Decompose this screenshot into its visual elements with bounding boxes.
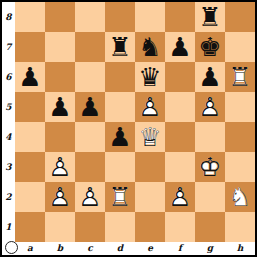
rank-label-4: 4	[2, 122, 15, 152]
square-c1[interactable]	[75, 212, 105, 242]
file-label-a: a	[15, 242, 45, 255]
rank-label-8: 8	[2, 2, 15, 32]
square-h4[interactable]	[225, 122, 255, 152]
square-c7[interactable]	[75, 32, 105, 62]
black-queen: ♛	[135, 62, 165, 92]
square-g1[interactable]	[195, 212, 225, 242]
white-pawn-fill: ♟	[165, 182, 195, 212]
square-b3[interactable]: ♟♙	[45, 152, 75, 182]
square-g3[interactable]: ♚♔	[195, 152, 225, 182]
square-a2[interactable]	[15, 182, 45, 212]
chess-diagram: 87654321 ♜♜♞♟♚♟♛♟♜♖♟♟♟♙♟♙♟♛♕♟♙♚♔♟♙♟♙♜♖♟♙…	[0, 0, 257, 257]
file-labels: abcdefgh	[15, 242, 255, 255]
black-pawn: ♟	[45, 92, 75, 122]
white-pawn: ♙	[45, 182, 75, 212]
square-a6[interactable]: ♟	[15, 62, 45, 92]
white-rook-fill: ♜	[225, 62, 255, 92]
white-king-fill: ♚	[195, 152, 225, 182]
white-to-move-indicator	[5, 241, 18, 254]
square-g7[interactable]: ♚	[195, 32, 225, 62]
square-f8[interactable]	[165, 2, 195, 32]
square-a4[interactable]	[15, 122, 45, 152]
rank-label-1: 1	[2, 212, 15, 242]
file-label-e: e	[135, 242, 165, 255]
white-king: ♔	[195, 152, 225, 182]
black-pawn: ♟	[165, 32, 195, 62]
black-pawn: ♟	[75, 92, 105, 122]
square-d2[interactable]: ♜♖	[105, 182, 135, 212]
square-b2[interactable]: ♟♙	[45, 182, 75, 212]
black-pawn: ♟	[105, 122, 135, 152]
square-f3[interactable]	[165, 152, 195, 182]
square-h2[interactable]: ♞♘	[225, 182, 255, 212]
square-d1[interactable]	[105, 212, 135, 242]
white-queen-fill: ♛	[135, 122, 165, 152]
square-h6[interactable]: ♜♖	[225, 62, 255, 92]
square-c5[interactable]: ♟	[75, 92, 105, 122]
black-knight: ♞	[135, 32, 165, 62]
white-pawn: ♙	[135, 92, 165, 122]
file-label-c: c	[75, 242, 105, 255]
square-a3[interactable]	[15, 152, 45, 182]
file-label-h: h	[225, 242, 255, 255]
square-e1[interactable]	[135, 212, 165, 242]
white-rook: ♖	[225, 62, 255, 92]
black-rook: ♜	[105, 32, 135, 62]
square-e7[interactable]: ♞	[135, 32, 165, 62]
white-pawn-fill: ♟	[195, 92, 225, 122]
square-e3[interactable]	[135, 152, 165, 182]
square-h5[interactable]	[225, 92, 255, 122]
square-d3[interactable]	[105, 152, 135, 182]
square-h8[interactable]	[225, 2, 255, 32]
square-g8[interactable]: ♜	[195, 2, 225, 32]
white-knight-fill: ♞	[225, 182, 255, 212]
file-label-b: b	[45, 242, 75, 255]
white-pawn-fill: ♟	[45, 152, 75, 182]
square-a7[interactable]	[15, 32, 45, 62]
square-f7[interactable]: ♟	[165, 32, 195, 62]
rank-label-5: 5	[2, 92, 15, 122]
square-f6[interactable]	[165, 62, 195, 92]
white-pawn: ♙	[165, 182, 195, 212]
square-g4[interactable]	[195, 122, 225, 152]
square-g2[interactable]	[195, 182, 225, 212]
square-h1[interactable]	[225, 212, 255, 242]
square-d5[interactable]	[105, 92, 135, 122]
square-g5[interactable]: ♟♙	[195, 92, 225, 122]
board: ♜♜♞♟♚♟♛♟♜♖♟♟♟♙♟♙♟♛♕♟♙♚♔♟♙♟♙♜♖♟♙♞♘	[15, 2, 255, 242]
square-g6[interactable]: ♟	[195, 62, 225, 92]
white-knight: ♘	[225, 182, 255, 212]
square-b8[interactable]	[45, 2, 75, 32]
square-e4[interactable]: ♛♕	[135, 122, 165, 152]
square-c8[interactable]	[75, 2, 105, 32]
square-d4[interactable]: ♟	[105, 122, 135, 152]
square-e6[interactable]: ♛	[135, 62, 165, 92]
square-d8[interactable]	[105, 2, 135, 32]
rank-label-3: 3	[2, 152, 15, 182]
white-pawn: ♙	[45, 152, 75, 182]
square-f4[interactable]	[165, 122, 195, 152]
square-h3[interactable]	[225, 152, 255, 182]
square-a1[interactable]	[15, 212, 45, 242]
white-rook-fill: ♜	[105, 182, 135, 212]
square-d6[interactable]	[105, 62, 135, 92]
square-h7[interactable]	[225, 32, 255, 62]
square-e8[interactable]	[135, 2, 165, 32]
rank-labels: 87654321	[2, 2, 15, 242]
square-b1[interactable]	[45, 212, 75, 242]
black-rook: ♜	[195, 2, 225, 32]
rank-label-7: 7	[2, 32, 15, 62]
square-b7[interactable]	[45, 32, 75, 62]
square-e5[interactable]: ♟♙	[135, 92, 165, 122]
square-c2[interactable]: ♟♙	[75, 182, 105, 212]
square-d7[interactable]: ♜	[105, 32, 135, 62]
white-pawn-fill: ♟	[75, 182, 105, 212]
square-f2[interactable]: ♟♙	[165, 182, 195, 212]
white-pawn: ♙	[75, 182, 105, 212]
square-a8[interactable]	[15, 2, 45, 32]
white-pawn-fill: ♟	[135, 92, 165, 122]
square-b5[interactable]: ♟	[45, 92, 75, 122]
rank-label-2: 2	[2, 182, 15, 212]
square-e2[interactable]	[135, 182, 165, 212]
square-f5[interactable]	[165, 92, 195, 122]
white-pawn-fill: ♟	[45, 182, 75, 212]
file-label-g: g	[195, 242, 225, 255]
file-label-f: f	[165, 242, 195, 255]
square-b6[interactable]	[45, 62, 75, 92]
white-pawn: ♙	[195, 92, 225, 122]
black-king: ♚	[195, 32, 225, 62]
white-queen: ♕	[135, 122, 165, 152]
square-c4[interactable]	[75, 122, 105, 152]
square-b4[interactable]	[45, 122, 75, 152]
rank-label-6: 6	[2, 62, 15, 92]
file-label-d: d	[105, 242, 135, 255]
square-c6[interactable]	[75, 62, 105, 92]
square-c3[interactable]	[75, 152, 105, 182]
black-pawn: ♟	[195, 62, 225, 92]
black-pawn: ♟	[15, 62, 45, 92]
square-f1[interactable]	[165, 212, 195, 242]
square-a5[interactable]	[15, 92, 45, 122]
white-rook: ♖	[105, 182, 135, 212]
